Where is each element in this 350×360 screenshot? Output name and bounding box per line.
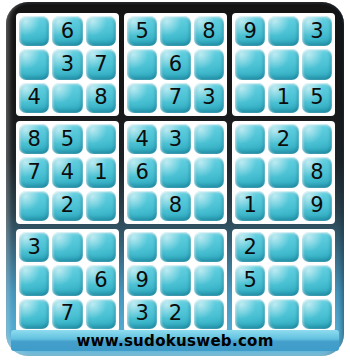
cell-r3c7[interactable]: [235, 83, 265, 113]
cell-r1c7: 9: [235, 16, 265, 46]
cell-r4c1: 8: [19, 124, 49, 154]
cell-r9c7[interactable]: [235, 299, 265, 329]
cell-r7c1: 3: [19, 232, 49, 262]
cell-r6c6[interactable]: [194, 191, 224, 221]
box-3: 9315: [232, 13, 335, 116]
cell-r7c3[interactable]: [86, 232, 116, 262]
sudokusweb-link[interactable]: www.sudokusweb.com: [76, 332, 273, 350]
box-9: 25: [232, 229, 335, 332]
cell-r7c5[interactable]: [160, 232, 190, 262]
cell-r2c4[interactable]: [127, 49, 157, 79]
footer-band: www.sudokusweb.com: [11, 330, 339, 351]
cell-r2c9[interactable]: [302, 49, 332, 79]
cell-r1c6: 8: [194, 16, 224, 46]
box-6: 2819: [232, 121, 335, 224]
cell-r2c6[interactable]: [194, 49, 224, 79]
cell-r7c7: 2: [235, 232, 265, 262]
cell-r5c8[interactable]: [268, 157, 298, 187]
cell-r6c4[interactable]: [127, 191, 157, 221]
cell-r1c2: 6: [52, 16, 82, 46]
cell-r8c2[interactable]: [52, 265, 82, 295]
cell-r2c2: 3: [52, 49, 82, 79]
cell-r9c1[interactable]: [19, 299, 49, 329]
cell-r5c6[interactable]: [194, 157, 224, 187]
cell-r6c5: 8: [160, 191, 190, 221]
cell-r5c5[interactable]: [160, 157, 190, 187]
cell-r1c3[interactable]: [86, 16, 116, 46]
cell-r4c6[interactable]: [194, 124, 224, 154]
cell-r4c4: 4: [127, 124, 157, 154]
cell-r2c7[interactable]: [235, 49, 265, 79]
cell-r4c7[interactable]: [235, 124, 265, 154]
cell-r4c9[interactable]: [302, 124, 332, 154]
cell-r2c8[interactable]: [268, 49, 298, 79]
cell-r3c4[interactable]: [127, 83, 157, 113]
cell-r8c6[interactable]: [194, 265, 224, 295]
cell-r4c5: 3: [160, 124, 190, 154]
cell-r5c4: 6: [127, 157, 157, 187]
box-1: 63748: [16, 13, 119, 116]
cell-r6c3[interactable]: [86, 191, 116, 221]
box-7: 367: [16, 229, 119, 332]
cell-r3c5: 7: [160, 83, 190, 113]
cell-r2c3: 7: [86, 49, 116, 79]
cell-r8c7: 5: [235, 265, 265, 295]
cell-r7c2[interactable]: [52, 232, 82, 262]
cell-r8c5[interactable]: [160, 265, 190, 295]
cell-r9c3[interactable]: [86, 299, 116, 329]
cell-r9c5: 2: [160, 299, 190, 329]
cell-r8c8[interactable]: [268, 265, 298, 295]
cell-r4c3[interactable]: [86, 124, 116, 154]
cell-r8c4: 9: [127, 265, 157, 295]
cell-r6c2: 2: [52, 191, 82, 221]
box-2: 58673: [124, 13, 227, 116]
cell-r4c8: 2: [268, 124, 298, 154]
cell-r7c6[interactable]: [194, 232, 224, 262]
cell-r6c1[interactable]: [19, 191, 49, 221]
cell-r8c1[interactable]: [19, 265, 49, 295]
cell-r5c2: 4: [52, 157, 82, 187]
cell-r1c9: 3: [302, 16, 332, 46]
cell-r7c8[interactable]: [268, 232, 298, 262]
cell-r2c5: 6: [160, 49, 190, 79]
cell-r8c9[interactable]: [302, 265, 332, 295]
cell-r9c9[interactable]: [302, 299, 332, 329]
cell-r3c1: 4: [19, 83, 49, 113]
cell-r5c7[interactable]: [235, 157, 265, 187]
box-4: 857412: [16, 121, 119, 224]
cell-r1c8[interactable]: [268, 16, 298, 46]
cell-r9c2: 7: [52, 299, 82, 329]
cell-r7c9[interactable]: [302, 232, 332, 262]
cell-r3c3: 8: [86, 83, 116, 113]
cell-r6c9: 9: [302, 191, 332, 221]
cell-r5c9: 8: [302, 157, 332, 187]
cell-r3c6: 3: [194, 83, 224, 113]
cell-r1c5[interactable]: [160, 16, 190, 46]
cell-r3c2[interactable]: [52, 83, 82, 113]
cell-r2c1[interactable]: [19, 49, 49, 79]
cell-r9c8[interactable]: [268, 299, 298, 329]
cell-r5c3: 1: [86, 157, 116, 187]
box-5: 4368: [124, 121, 227, 224]
cell-r3c8: 1: [268, 83, 298, 113]
cell-r7c4[interactable]: [127, 232, 157, 262]
cell-r5c1: 7: [19, 157, 49, 187]
sudoku-board: 637485867393158574124368281936793225: [16, 13, 335, 332]
cell-r9c6[interactable]: [194, 299, 224, 329]
cell-r6c8[interactable]: [268, 191, 298, 221]
cell-r1c4: 5: [127, 16, 157, 46]
cell-r1c1[interactable]: [19, 16, 49, 46]
cell-r9c4: 3: [127, 299, 157, 329]
cell-r8c3: 6: [86, 265, 116, 295]
cell-r6c7: 1: [235, 191, 265, 221]
cell-r4c2: 5: [52, 124, 82, 154]
board-frame: 637485867393158574124368281936793225 www…: [6, 2, 344, 356]
box-8: 932: [124, 229, 227, 332]
cell-r3c9: 5: [302, 83, 332, 113]
